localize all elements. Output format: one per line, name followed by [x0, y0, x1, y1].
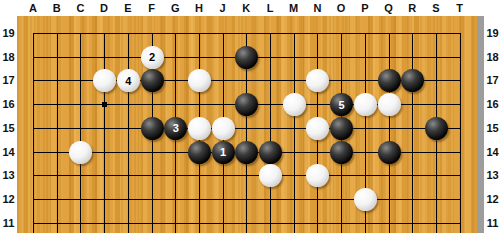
column-label-K: K	[236, 1, 256, 15]
white-stone-J15	[212, 117, 235, 140]
column-label-Q: Q	[379, 1, 399, 15]
row-label-left-19: 19	[0, 26, 17, 40]
grid-line-row-15	[33, 128, 461, 129]
go-board-app: 53124 ABCDEFGHJKLMNOPQRST191918181717161…	[0, 0, 500, 233]
grid-line-row-12	[33, 199, 461, 200]
white-stone-Q16	[378, 93, 401, 116]
black-stone-L14	[259, 141, 282, 164]
column-label-C: C	[70, 1, 90, 15]
black-stone-H14	[188, 141, 211, 164]
row-label-left-11: 11	[0, 216, 17, 230]
white-stone-H17	[188, 69, 211, 92]
column-label-O: O	[331, 1, 351, 15]
row-label-right-12: 12	[484, 192, 500, 206]
grid-line-col-Q	[389, 33, 390, 233]
black-stone-J14: 1	[212, 141, 235, 164]
black-stone-Q14	[378, 141, 401, 164]
white-stone-H15	[188, 117, 211, 140]
column-label-H: H	[189, 1, 209, 15]
row-label-left-15: 15	[0, 121, 17, 135]
row-label-left-14: 14	[0, 145, 17, 159]
grid-line-col-T	[460, 33, 461, 233]
grid-line-col-B	[57, 33, 58, 233]
row-label-left-18: 18	[0, 50, 17, 64]
column-label-D: D	[94, 1, 114, 15]
move-number-label: 1	[220, 146, 226, 158]
row-label-right-18: 18	[484, 50, 500, 64]
white-stone-N13	[306, 164, 329, 187]
row-label-right-14: 14	[484, 145, 500, 159]
column-label-N: N	[307, 1, 327, 15]
black-stone-O14	[330, 141, 353, 164]
move-number-label: 5	[339, 99, 345, 111]
white-stone-P12	[354, 188, 377, 211]
black-stone-R17	[401, 69, 424, 92]
column-label-F: F	[142, 1, 162, 15]
white-stone-P16	[354, 93, 377, 116]
black-stone-Q17	[378, 69, 401, 92]
column-label-L: L	[260, 1, 280, 15]
column-label-S: S	[426, 1, 446, 15]
black-stone-F15	[141, 117, 164, 140]
white-stone-N15	[306, 117, 329, 140]
black-stone-S15	[425, 117, 448, 140]
grid-line-col-M	[294, 33, 295, 233]
column-label-A: A	[23, 1, 43, 15]
grid-line-col-E	[128, 33, 129, 233]
row-label-right-19: 19	[484, 26, 500, 40]
move-number-label: 2	[149, 51, 155, 63]
grid-line-row-11	[33, 223, 461, 224]
white-stone-E17: 4	[117, 69, 140, 92]
divider-bar	[477, 16, 484, 233]
grid-line-col-L	[270, 33, 271, 233]
column-label-R: R	[402, 1, 422, 15]
white-stone-N17	[306, 69, 329, 92]
black-stone-O15	[330, 117, 353, 140]
black-stone-O16: 5	[330, 93, 353, 116]
grid-line-row-19	[33, 33, 461, 34]
row-label-right-17: 17	[484, 73, 500, 87]
column-label-M: M	[284, 1, 304, 15]
white-stone-M16	[283, 93, 306, 116]
black-stone-F17	[141, 69, 164, 92]
star-point-D16	[102, 102, 107, 107]
black-stone-K16	[235, 93, 258, 116]
row-label-left-17: 17	[0, 73, 17, 87]
row-label-right-11: 11	[484, 216, 500, 230]
row-label-left-13: 13	[0, 168, 17, 182]
column-label-G: G	[165, 1, 185, 15]
row-label-right-16: 16	[484, 97, 500, 111]
grid-line-col-R	[412, 33, 413, 233]
grid-line-row-13	[33, 175, 461, 176]
grid-line-col-C	[80, 33, 81, 233]
row-label-right-15: 15	[484, 121, 500, 135]
black-stone-K18	[235, 46, 258, 69]
column-label-J: J	[213, 1, 233, 15]
white-stone-D17	[93, 69, 116, 92]
column-label-P: P	[355, 1, 375, 15]
row-label-right-13: 13	[484, 168, 500, 182]
go-board[interactable]: 53124	[17, 16, 477, 233]
move-number-label: 4	[125, 75, 131, 87]
column-label-B: B	[47, 1, 67, 15]
white-stone-L13	[259, 164, 282, 187]
column-label-T: T	[450, 1, 470, 15]
column-label-E: E	[118, 1, 138, 15]
grid-line-col-D	[104, 33, 105, 233]
black-stone-G15: 3	[164, 117, 187, 140]
row-label-left-12: 12	[0, 192, 17, 206]
white-stone-C14	[69, 141, 92, 164]
white-stone-F18: 2	[141, 46, 164, 69]
grid-line-col-A	[33, 33, 34, 233]
black-stone-K14	[235, 141, 258, 164]
row-label-left-16: 16	[0, 97, 17, 111]
move-number-label: 3	[173, 122, 179, 134]
